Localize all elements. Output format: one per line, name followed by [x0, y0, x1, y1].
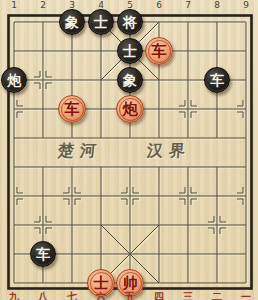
board-grid: 象士将士象炮车车车车炮士帅: [0, 8, 258, 298]
black-chariot-glyph: 车: [36, 247, 50, 261]
piece-black-cannon-1[interactable]: 炮: [1, 67, 27, 93]
file-label-bottom-6: 四: [151, 291, 167, 300]
file-label-bottom-7: 三: [180, 291, 196, 300]
file-labels-bottom: 九八七六五四三二一: [0, 291, 258, 300]
piece-black-chariot-1[interactable]: 车: [204, 67, 230, 93]
file-label-bottom-1: 九: [6, 291, 22, 300]
file-label-bottom-3: 七: [64, 291, 80, 300]
file-label-bottom-2: 八: [35, 291, 51, 300]
red-chariot-glyph: 车: [152, 44, 167, 59]
piece-black-advisor-2[interactable]: 士: [117, 38, 143, 64]
black-chariot-glyph: 车: [210, 73, 224, 87]
file-label-bottom-9: 一: [238, 291, 254, 300]
file-label-bottom-5: 五: [122, 291, 138, 300]
piece-black-elephant-2[interactable]: 象: [117, 67, 143, 93]
piece-black-advisor-1[interactable]: 士: [88, 9, 114, 35]
black-elephant-glyph: 象: [123, 73, 137, 87]
piece-red-chariot-2[interactable]: 车: [58, 95, 86, 123]
black-advisor-glyph: 士: [94, 15, 108, 29]
black-general-glyph: 将: [123, 15, 137, 29]
piece-black-chariot-2[interactable]: 车: [30, 241, 56, 267]
black-elephant-glyph: 象: [65, 15, 79, 29]
file-label-bottom-8: 二: [209, 291, 225, 300]
red-advisor-glyph: 士: [94, 276, 109, 291]
black-cannon-glyph: 炮: [7, 73, 21, 87]
red-chariot-glyph: 车: [65, 102, 80, 117]
piece-red-cannon-1[interactable]: 炮: [116, 95, 144, 123]
piece-black-elephant-1[interactable]: 象: [59, 9, 85, 35]
red-general-glyph: 帅: [123, 276, 138, 291]
piece-red-chariot-1[interactable]: 车: [145, 37, 173, 65]
xiangqi-app: 123456789 楚河 汉界 象士将士象炮车车车车炮士帅 九八七六五四三二一: [0, 0, 258, 300]
red-cannon-glyph: 炮: [123, 102, 138, 117]
piece-black-general[interactable]: 将: [117, 9, 143, 35]
black-advisor-glyph: 士: [123, 44, 137, 58]
file-label-bottom-4: 六: [93, 291, 109, 300]
